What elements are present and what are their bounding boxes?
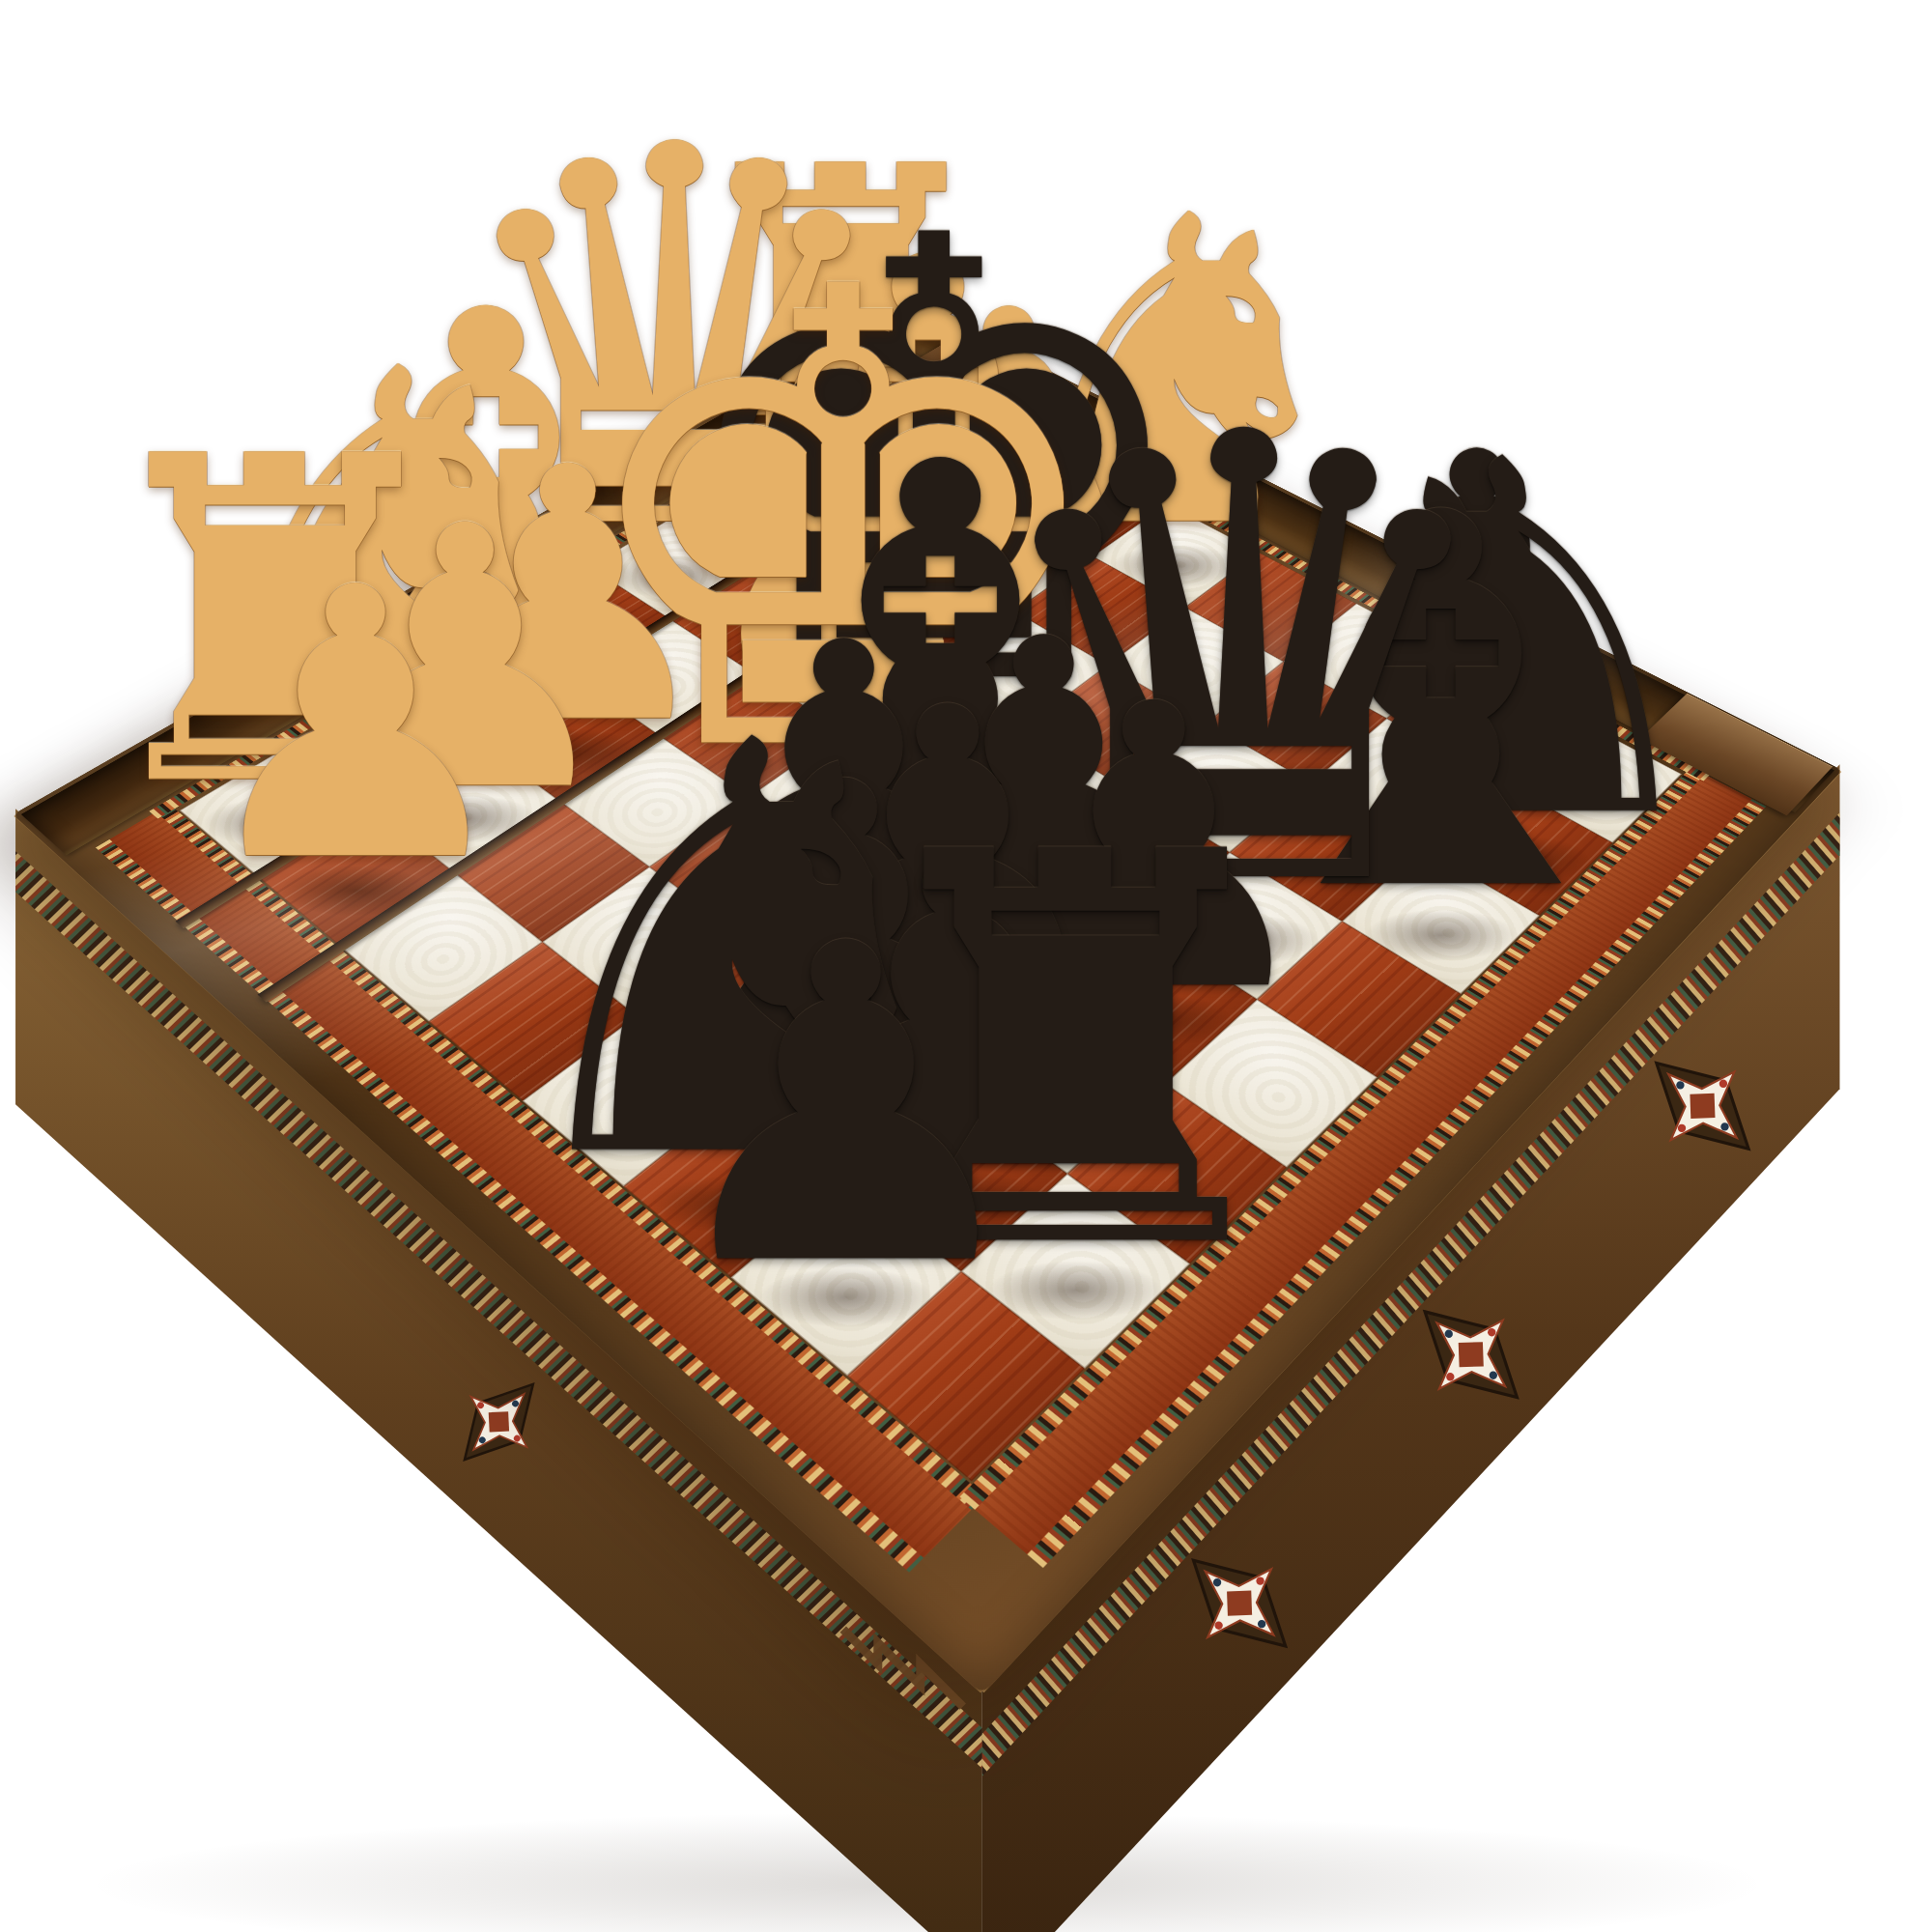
checker-grid (180, 373, 1682, 1482)
perspective-scene (0, 0, 1932, 1932)
chess-board (13, 301, 1842, 1694)
product-photo-stage: ♜♞♝♛♜♟♟♟♟♟♟♝♞♚♚♝♟♟♟♟♞♟♟♟♟♛♜♝♞ (0, 0, 1932, 1932)
frame-corner-marker (13, 812, 18, 816)
frame-corner-marker (979, 1688, 986, 1695)
frame-corner-marker (910, 301, 914, 303)
frame-corner-marker (1837, 768, 1843, 772)
